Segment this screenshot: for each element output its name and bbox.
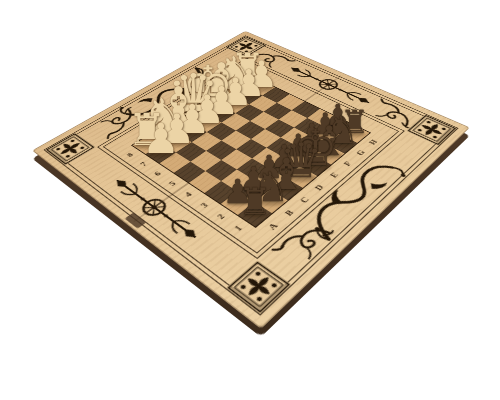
rank-label-6: 6 <box>152 170 162 177</box>
file-label-c: C <box>298 195 311 204</box>
file-label-g: G <box>354 149 367 157</box>
file-label-f: F <box>341 160 353 167</box>
game-board: 8H7G6F5E4D3C2B1A <box>32 31 470 329</box>
board-3d-wrapper: 8H7G6F5E4D3C2B1A <box>32 31 470 329</box>
file-label-d: D <box>313 183 326 192</box>
rank-label-8: 8 <box>125 151 135 158</box>
rank-label-3: 3 <box>198 201 209 209</box>
rank-label-4: 4 <box>182 190 193 198</box>
rank-label-2: 2 <box>215 212 227 220</box>
rank-label-5: 5 <box>167 180 178 187</box>
rank-label-7: 7 <box>138 161 148 168</box>
file-label-a: A <box>266 222 280 232</box>
file-label-e: E <box>327 171 340 179</box>
rank-label-1: 1 <box>232 224 244 233</box>
file-label-h: H <box>367 138 380 146</box>
product-photo: 8H7G6F5E4D3C2B1A ♜♞♝♛♚♝♞♜♟♟♟♟♟♟♟♟♟♟♟♟♟♟♟… <box>0 0 500 400</box>
file-label-b: B <box>282 208 295 217</box>
corner-rosette <box>45 133 96 166</box>
corner-rosette <box>226 260 292 314</box>
